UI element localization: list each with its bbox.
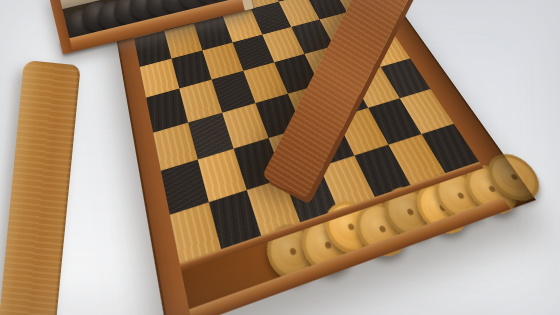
scene: [0, 0, 560, 315]
wooden-side-slat: [0, 60, 81, 315]
